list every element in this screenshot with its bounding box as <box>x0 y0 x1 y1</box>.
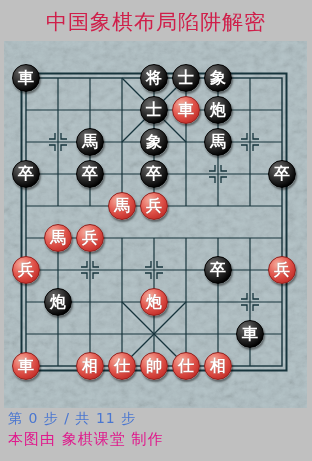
piece-black-chariot[interactable]: 車 <box>12 64 40 92</box>
piece-glyph: 車 <box>242 326 258 342</box>
piece-black-soldier[interactable]: 卒 <box>268 160 296 188</box>
piece-glyph: 車 <box>18 358 34 374</box>
xiangqi-board[interactable]: 車将士象士車炮馬象馬卒卒卒卒馬兵馬兵兵卒兵炮炮車車相仕帥仕相 <box>4 41 307 408</box>
piece-glyph: 車 <box>18 70 34 86</box>
piece-black-cannon[interactable]: 炮 <box>44 288 72 316</box>
piece-glyph: 馬 <box>82 134 98 150</box>
piece-black-cannon[interactable]: 炮 <box>204 96 232 124</box>
piece-red-elephant[interactable]: 相 <box>204 352 232 380</box>
piece-black-soldier[interactable]: 卒 <box>76 160 104 188</box>
piece-black-advisor[interactable]: 士 <box>172 64 200 92</box>
piece-red-soldier[interactable]: 兵 <box>268 256 296 284</box>
piece-red-general[interactable]: 帥 <box>140 352 168 380</box>
piece-glyph: 帥 <box>146 358 162 374</box>
piece-black-soldier[interactable]: 卒 <box>12 160 40 188</box>
piece-black-advisor[interactable]: 士 <box>140 96 168 124</box>
piece-glyph: 卒 <box>146 166 162 182</box>
piece-black-general[interactable]: 将 <box>140 64 168 92</box>
piece-glyph: 兵 <box>82 230 98 246</box>
piece-glyph: 卒 <box>18 166 34 182</box>
piece-red-advisor[interactable]: 仕 <box>172 352 200 380</box>
piece-glyph: 馬 <box>50 230 66 246</box>
piece-red-elephant[interactable]: 相 <box>76 352 104 380</box>
piece-red-cannon[interactable]: 炮 <box>140 288 168 316</box>
piece-glyph: 卒 <box>82 166 98 182</box>
credit-text: 本图由 象棋课堂 制作 <box>8 430 164 449</box>
piece-glyph: 兵 <box>146 198 162 214</box>
piece-glyph: 炮 <box>146 294 162 310</box>
piece-glyph: 将 <box>146 70 162 86</box>
piece-black-elephant[interactable]: 象 <box>204 64 232 92</box>
piece-glyph: 炮 <box>210 102 226 118</box>
piece-glyph: 馬 <box>114 198 130 214</box>
piece-red-soldier[interactable]: 兵 <box>12 256 40 284</box>
piece-glyph: 車 <box>178 102 194 118</box>
piece-glyph: 象 <box>210 70 226 86</box>
piece-black-soldier[interactable]: 卒 <box>204 256 232 284</box>
piece-black-soldier[interactable]: 卒 <box>140 160 168 188</box>
piece-red-advisor[interactable]: 仕 <box>108 352 136 380</box>
piece-glyph: 卒 <box>210 262 226 278</box>
piece-red-chariot[interactable]: 車 <box>12 352 40 380</box>
piece-black-chariot[interactable]: 車 <box>236 320 264 348</box>
piece-glyph: 士 <box>146 102 162 118</box>
step-counter: 第 0 步 / 共 11 步 <box>8 410 136 428</box>
piece-red-horse[interactable]: 馬 <box>44 224 72 252</box>
piece-black-horse[interactable]: 馬 <box>76 128 104 156</box>
piece-glyph: 仕 <box>178 358 194 374</box>
piece-black-elephant[interactable]: 象 <box>140 128 168 156</box>
piece-red-soldier[interactable]: 兵 <box>140 192 168 220</box>
piece-glyph: 兵 <box>18 262 34 278</box>
piece-glyph: 兵 <box>274 262 290 278</box>
piece-glyph: 仕 <box>114 358 130 374</box>
piece-glyph: 相 <box>82 358 98 374</box>
piece-glyph: 士 <box>178 70 194 86</box>
piece-glyph: 炮 <box>50 294 66 310</box>
piece-red-horse[interactable]: 馬 <box>108 192 136 220</box>
piece-glyph: 象 <box>146 134 162 150</box>
piece-red-chariot[interactable]: 車 <box>172 96 200 124</box>
piece-black-horse[interactable]: 馬 <box>204 128 232 156</box>
piece-red-soldier[interactable]: 兵 <box>76 224 104 252</box>
piece-glyph: 相 <box>210 358 226 374</box>
page-title: 中国象棋布局陷阱解密 <box>0 9 312 35</box>
piece-glyph: 卒 <box>274 166 290 182</box>
piece-glyph: 馬 <box>210 134 226 150</box>
